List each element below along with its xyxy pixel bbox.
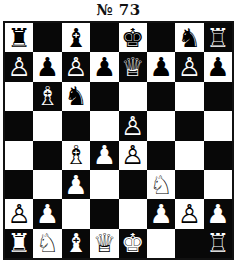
square-d2 bbox=[90, 199, 118, 228]
square-g4 bbox=[175, 141, 203, 170]
square-g7: ♙ bbox=[175, 52, 203, 81]
square-h5 bbox=[204, 111, 232, 140]
piece-black-pawn: ♟ bbox=[93, 54, 116, 80]
square-a4 bbox=[5, 141, 33, 170]
square-g5 bbox=[175, 111, 203, 140]
square-h4 bbox=[204, 141, 232, 170]
square-a6 bbox=[5, 82, 33, 111]
square-d4: ♟ bbox=[90, 141, 118, 170]
square-c1: ♝ bbox=[62, 229, 90, 258]
piece-white-pawn: ♟ bbox=[149, 201, 172, 227]
square-e8: ♚ bbox=[119, 23, 147, 52]
square-e2 bbox=[119, 199, 147, 228]
piece-black-bishop: ♝ bbox=[64, 25, 87, 51]
piece-white-pawn: ♙ bbox=[178, 201, 201, 227]
square-f8 bbox=[147, 23, 175, 52]
piece-black-queen: ♕ bbox=[121, 54, 144, 80]
piece-white-rook: ♖ bbox=[206, 230, 229, 256]
square-b5 bbox=[33, 111, 61, 140]
square-d6 bbox=[90, 82, 118, 111]
square-d5 bbox=[90, 111, 118, 140]
square-e1: ♚ bbox=[119, 229, 147, 258]
square-a2: ♙ bbox=[5, 199, 33, 228]
square-e5: ♙ bbox=[119, 111, 147, 140]
square-b7: ♟ bbox=[33, 52, 61, 81]
piece-black-king: ♚ bbox=[121, 25, 144, 51]
piece-white-pawn: ♟ bbox=[206, 201, 229, 227]
piece-white-knight: ♘ bbox=[149, 172, 172, 198]
piece-black-pawn: ♟ bbox=[149, 54, 172, 80]
square-g6 bbox=[175, 82, 203, 111]
square-b3 bbox=[33, 170, 61, 199]
piece-white-knight: ♘ bbox=[36, 230, 59, 256]
piece-black-knight: ♞ bbox=[64, 83, 87, 109]
piece-white-rook: ♜ bbox=[7, 230, 30, 256]
square-a3 bbox=[5, 170, 33, 199]
square-c5 bbox=[62, 111, 90, 140]
square-d1: ♕ bbox=[90, 229, 118, 258]
piece-white-pawn: ♟ bbox=[64, 172, 87, 198]
square-g8: ♞ bbox=[175, 23, 203, 52]
square-c8: ♝ bbox=[62, 23, 90, 52]
piece-white-bishop: ♝ bbox=[64, 230, 87, 256]
square-a7: ♙ bbox=[5, 52, 33, 81]
piece-white-king: ♚ bbox=[121, 230, 144, 256]
square-c2 bbox=[62, 199, 90, 228]
piece-black-pawn: ♟ bbox=[36, 54, 59, 80]
piece-black-bishop: ♗ bbox=[36, 83, 59, 109]
square-f1 bbox=[147, 229, 175, 258]
piece-white-bishop: ♗ bbox=[64, 142, 87, 168]
piece-black-pawn: ♙ bbox=[64, 54, 87, 80]
square-h6 bbox=[204, 82, 232, 111]
piece-black-pawn: ♙ bbox=[178, 54, 201, 80]
piece-white-pawn: ♟ bbox=[93, 142, 116, 168]
square-f3: ♘ bbox=[147, 170, 175, 199]
square-h7: ♟ bbox=[204, 52, 232, 81]
square-b4 bbox=[33, 141, 61, 170]
square-d7: ♟ bbox=[90, 52, 118, 81]
puzzle-number: № 73 bbox=[0, 0, 237, 21]
square-b2: ♟ bbox=[33, 199, 61, 228]
square-e6 bbox=[119, 82, 147, 111]
piece-white-pawn: ♙ bbox=[121, 142, 144, 168]
piece-black-rook: ♜ bbox=[7, 25, 30, 51]
square-f7: ♟ bbox=[147, 52, 175, 81]
square-h2: ♟ bbox=[204, 199, 232, 228]
square-a5 bbox=[5, 111, 33, 140]
square-g2: ♙ bbox=[175, 199, 203, 228]
square-g3 bbox=[175, 170, 203, 199]
square-c4: ♗ bbox=[62, 141, 90, 170]
square-c6: ♞ bbox=[62, 82, 90, 111]
square-e4: ♙ bbox=[119, 141, 147, 170]
chess-board: ♜♝♚♞♖♙♟♙♟♕♟♙♟♗♞♙♗♟♙♟♘♙♟♟♙♟♜♘♝♕♚♖ bbox=[3, 21, 234, 260]
square-f4 bbox=[147, 141, 175, 170]
square-h1: ♖ bbox=[204, 229, 232, 258]
piece-black-pawn: ♙ bbox=[7, 54, 30, 80]
square-c7: ♙ bbox=[62, 52, 90, 81]
square-e7: ♕ bbox=[119, 52, 147, 81]
square-f5 bbox=[147, 111, 175, 140]
piece-black-rook: ♖ bbox=[206, 25, 229, 51]
piece-black-pawn: ♟ bbox=[206, 54, 229, 80]
square-f6 bbox=[147, 82, 175, 111]
square-e3 bbox=[119, 170, 147, 199]
square-d8 bbox=[90, 23, 118, 52]
piece-white-pawn: ♟ bbox=[36, 201, 59, 227]
square-b6: ♗ bbox=[33, 82, 61, 111]
square-g1 bbox=[175, 229, 203, 258]
piece-black-knight: ♞ bbox=[178, 25, 201, 51]
square-b1: ♘ bbox=[33, 229, 61, 258]
square-a8: ♜ bbox=[5, 23, 33, 52]
piece-black-pawn: ♙ bbox=[121, 113, 144, 139]
square-d3 bbox=[90, 170, 118, 199]
square-h3 bbox=[204, 170, 232, 199]
piece-white-queen: ♕ bbox=[93, 230, 116, 256]
square-c3: ♟ bbox=[62, 170, 90, 199]
piece-white-pawn: ♙ bbox=[7, 201, 30, 227]
square-h8: ♖ bbox=[204, 23, 232, 52]
square-a1: ♜ bbox=[5, 229, 33, 258]
square-f2: ♟ bbox=[147, 199, 175, 228]
square-b8 bbox=[33, 23, 61, 52]
